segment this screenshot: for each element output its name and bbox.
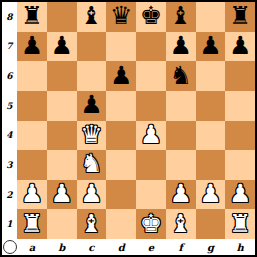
square-d6[interactable]: ♟ [106,61,136,91]
square-g5[interactable] [196,91,226,121]
square-f2[interactable]: ♟ [166,180,196,210]
chess-board: ♜♝♛♚♝♜♟♟♟♟♟♟♞♟♛♟♞♟♟♟♟♟♟♜♝♚♝♜ [17,2,255,239]
square-a2[interactable]: ♟ [17,180,47,210]
square-b5[interactable] [47,91,77,121]
rank-label-4: 4 [2,121,17,151]
piece-white-pawn: ♟ [21,181,43,206]
square-d2[interactable] [106,180,136,210]
piece-white-bishop: ♝ [80,211,102,236]
square-d3[interactable] [106,150,136,180]
piece-black-pawn: ♟ [169,33,191,58]
file-label-c: c [77,239,107,255]
piece-white-pawn: ♟ [50,181,72,206]
piece-black-king: ♚ [140,3,162,28]
square-g1[interactable] [196,209,226,239]
square-g2[interactable]: ♟ [196,180,226,210]
file-label-h: h [225,239,255,255]
square-f4[interactable] [166,121,196,151]
square-f8[interactable]: ♝ [166,2,196,32]
file-label-e: e [136,239,166,255]
square-b1[interactable] [47,209,77,239]
square-c3[interactable]: ♞ [77,150,107,180]
square-e1[interactable]: ♚ [136,209,166,239]
rank-label-3: 3 [2,150,17,180]
square-g8[interactable] [196,2,226,32]
square-a3[interactable] [17,150,47,180]
square-d1[interactable] [106,209,136,239]
piece-black-pawn: ♟ [80,92,102,117]
square-c5[interactable]: ♟ [77,91,107,121]
square-d8[interactable]: ♛ [106,2,136,32]
file-label-f: f [166,239,196,255]
square-b8[interactable] [47,2,77,32]
piece-white-pawn: ♟ [80,181,102,206]
square-a7[interactable]: ♟ [17,32,47,62]
square-e3[interactable] [136,150,166,180]
rank-label-7: 7 [2,32,17,62]
square-b6[interactable] [47,61,77,91]
square-h5[interactable] [225,91,255,121]
square-b7[interactable]: ♟ [47,32,77,62]
piece-black-rook: ♜ [21,3,43,28]
square-a5[interactable] [17,91,47,121]
piece-black-pawn: ♟ [110,63,132,88]
square-b2[interactable]: ♟ [47,180,77,210]
square-a1[interactable]: ♜ [17,209,47,239]
turn-indicator-cell [2,239,17,255]
square-e5[interactable] [136,91,166,121]
square-e4[interactable]: ♟ [136,121,166,151]
square-b3[interactable] [47,150,77,180]
square-g3[interactable] [196,150,226,180]
square-g7[interactable]: ♟ [196,32,226,62]
piece-black-rook: ♜ [229,3,251,28]
square-f5[interactable] [166,91,196,121]
piece-black-pawn: ♟ [199,33,221,58]
square-a4[interactable] [17,121,47,151]
square-e2[interactable] [136,180,166,210]
rank-label-8: 8 [2,2,17,32]
square-h8[interactable]: ♜ [225,2,255,32]
square-e7[interactable] [136,32,166,62]
piece-white-knight: ♞ [80,151,102,176]
square-h3[interactable] [225,150,255,180]
piece-black-pawn: ♟ [50,33,72,58]
piece-white-pawn: ♟ [140,122,162,147]
piece-black-queen: ♛ [110,3,132,28]
square-d4[interactable] [106,121,136,151]
square-c2[interactable]: ♟ [77,180,107,210]
square-g6[interactable] [196,61,226,91]
square-e6[interactable] [136,61,166,91]
piece-black-knight: ♞ [169,63,191,88]
square-d5[interactable] [106,91,136,121]
rank-labels: 8 7 6 5 4 3 2 1 [2,2,17,239]
square-g4[interactable] [196,121,226,151]
piece-black-bishop: ♝ [80,3,102,28]
square-f3[interactable] [166,150,196,180]
rank-label-1: 1 [2,209,17,239]
rank-label-5: 5 [2,91,17,121]
square-d7[interactable] [106,32,136,62]
square-h2[interactable]: ♟ [225,180,255,210]
square-h6[interactable] [225,61,255,91]
square-f6[interactable]: ♞ [166,61,196,91]
piece-black-pawn: ♟ [229,33,251,58]
square-h1[interactable]: ♜ [225,209,255,239]
square-h7[interactable]: ♟ [225,32,255,62]
file-label-g: g [196,239,226,255]
piece-white-king: ♚ [140,211,162,236]
piece-white-pawn: ♟ [199,181,221,206]
square-c8[interactable]: ♝ [77,2,107,32]
file-label-b: b [47,239,77,255]
square-f1[interactable]: ♝ [166,209,196,239]
piece-black-pawn: ♟ [21,33,43,58]
square-c7[interactable] [77,32,107,62]
file-labels: a b c d e f g h [17,239,255,255]
square-e8[interactable]: ♚ [136,2,166,32]
file-label-d: d [106,239,136,255]
piece-white-rook: ♜ [21,211,43,236]
chess-diagram: 8 7 6 5 4 3 2 1 ♜♝♛♚♝♜♟♟♟♟♟♟♞♟♛♟♞♟♟♟♟♟♟♜… [0,0,257,257]
square-h4[interactable] [225,121,255,151]
rank-label-6: 6 [2,61,17,91]
square-f7[interactable]: ♟ [166,32,196,62]
white-to-move-icon [3,240,17,254]
piece-white-rook: ♜ [229,211,251,236]
square-b4[interactable] [47,121,77,151]
piece-white-bishop: ♝ [169,211,191,236]
piece-white-pawn: ♟ [229,181,251,206]
file-label-a: a [17,239,47,255]
square-c1[interactable]: ♝ [77,209,107,239]
square-a6[interactable] [17,61,47,91]
piece-black-bishop: ♝ [169,3,191,28]
piece-white-pawn: ♟ [169,181,191,206]
rank-label-2: 2 [2,180,17,210]
square-a8[interactable]: ♜ [17,2,47,32]
piece-white-queen: ♛ [80,122,102,147]
square-c6[interactable] [77,61,107,91]
square-c4[interactable]: ♛ [77,121,107,151]
